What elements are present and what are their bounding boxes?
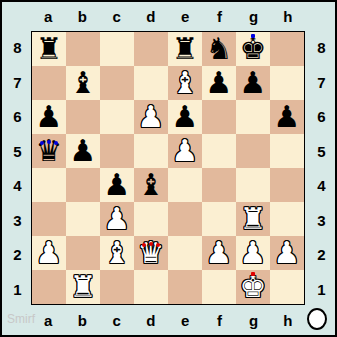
file-label-e: e [168, 5, 202, 29]
square-c2[interactable]: ♝ [100, 236, 134, 270]
rank-label-8: 8 [308, 31, 335, 66]
black-pawn-piece: ♟ [168, 100, 202, 134]
square-e3[interactable] [168, 202, 202, 236]
square-f1[interactable] [202, 270, 236, 304]
square-c3[interactable]: ♟ [100, 202, 134, 236]
square-h8[interactable] [270, 32, 304, 66]
white-pawn-piece: ♟ [32, 236, 66, 270]
black-pawn-piece: ♟ [270, 100, 304, 134]
black-pawn-piece: ♟ [66, 134, 100, 168]
square-b5[interactable]: ♟ [66, 134, 100, 168]
square-e1[interactable] [168, 270, 202, 304]
square-a4[interactable] [32, 168, 66, 202]
rank-label-5: 5 [308, 135, 335, 170]
black-rook-piece: ♜ [32, 32, 66, 66]
square-f2[interactable]: ♟ [202, 236, 236, 270]
file-labels-bottom: abcdefgh [31, 309, 305, 333]
rank-label-3: 3 [308, 204, 335, 239]
rank-label-4: 4 [4, 169, 31, 204]
black-king-crown-dot [251, 34, 255, 38]
black-knight-piece: ♞ [202, 32, 236, 66]
square-b4[interactable] [66, 168, 100, 202]
square-h7[interactable] [270, 66, 304, 100]
file-label-h: h [271, 5, 305, 29]
white-pawn-piece: ♟ [270, 236, 304, 270]
square-g5[interactable] [236, 134, 270, 168]
square-f3[interactable] [202, 202, 236, 236]
square-e2[interactable] [168, 236, 202, 270]
square-g1[interactable]: ♚ [236, 270, 270, 304]
square-a5[interactable]: ♛ [32, 134, 66, 168]
square-b2[interactable] [66, 236, 100, 270]
rank-label-1: 1 [4, 273, 31, 308]
rank-label-2: 2 [308, 238, 335, 273]
square-b1[interactable]: ♜ [66, 270, 100, 304]
white-queen-crown-dot [149, 242, 153, 246]
square-e6[interactable]: ♟ [168, 100, 202, 134]
square-h4[interactable] [270, 168, 304, 202]
black-pawn-piece: ♟ [202, 66, 236, 100]
file-label-f: f [202, 5, 236, 29]
square-a6[interactable]: ♟ [32, 100, 66, 134]
white-pawn-piece: ♟ [236, 236, 270, 270]
square-g8[interactable]: ♚ [236, 32, 270, 66]
black-bishop-piece: ♝ [66, 66, 100, 100]
white-pawn-piece: ♟ [134, 100, 168, 134]
square-h2[interactable]: ♟ [270, 236, 304, 270]
white-pawn-piece: ♟ [168, 134, 202, 168]
file-label-b: b [65, 5, 99, 29]
square-b7[interactable]: ♝ [66, 66, 100, 100]
file-label-d: d [134, 5, 168, 29]
square-c7[interactable] [100, 66, 134, 100]
square-a1[interactable] [32, 270, 66, 304]
black-pawn-piece: ♟ [100, 168, 134, 202]
square-f6[interactable] [202, 100, 236, 134]
square-g7[interactable]: ♟ [236, 66, 270, 100]
square-c8[interactable] [100, 32, 134, 66]
square-e5[interactable]: ♟ [168, 134, 202, 168]
rank-label-1: 1 [308, 273, 335, 308]
square-d4[interactable]: ♝ [134, 168, 168, 202]
square-e8[interactable]: ♜ [168, 32, 202, 66]
rank-label-5: 5 [4, 135, 31, 170]
square-h6[interactable]: ♟ [270, 100, 304, 134]
file-label-a: a [31, 309, 65, 333]
square-e4[interactable] [168, 168, 202, 202]
rank-labels-left: 87654321 [4, 31, 31, 307]
square-d7[interactable] [134, 66, 168, 100]
square-c5[interactable] [100, 134, 134, 168]
square-f5[interactable] [202, 134, 236, 168]
white-rook-piece: ♜ [236, 202, 270, 236]
square-g3[interactable]: ♜ [236, 202, 270, 236]
black-pawn-piece: ♟ [32, 100, 66, 134]
square-a3[interactable] [32, 202, 66, 236]
square-b3[interactable] [66, 202, 100, 236]
white-king-crown-dot [251, 272, 255, 276]
rank-label-4: 4 [308, 169, 335, 204]
square-d2[interactable]: ♛ [134, 236, 168, 270]
square-d5[interactable] [134, 134, 168, 168]
white-rook-piece: ♜ [66, 270, 100, 304]
square-c6[interactable] [100, 100, 134, 134]
chess-window: abcdefgh 87654321 ♜♜♞♚♝♝♟♟♟♟♟♟♛♟♟♟♝♟♜♟♝♛… [0, 0, 337, 337]
rank-labels-right: 87654321 [308, 31, 335, 307]
rank-label-8: 8 [4, 31, 31, 66]
square-d3[interactable] [134, 202, 168, 236]
black-rook-piece: ♜ [168, 32, 202, 66]
square-a7[interactable] [32, 66, 66, 100]
rank-label-3: 3 [4, 204, 31, 239]
file-label-d: d [134, 309, 168, 333]
file-label-a: a [31, 5, 65, 29]
file-label-f: f [202, 309, 236, 333]
file-label-g: g [237, 309, 271, 333]
square-g6[interactable] [236, 100, 270, 134]
square-c1[interactable] [100, 270, 134, 304]
black-bishop-piece: ♝ [134, 168, 168, 202]
file-label-c: c [100, 309, 134, 333]
square-f4[interactable] [202, 168, 236, 202]
rank-label-7: 7 [308, 66, 335, 101]
rank-label-2: 2 [4, 238, 31, 273]
file-label-g: g [237, 5, 271, 29]
black-queen-crown-dot [47, 140, 51, 144]
black-pawn-piece: ♟ [236, 66, 270, 100]
square-d1[interactable] [134, 270, 168, 304]
square-a2[interactable]: ♟ [32, 236, 66, 270]
square-f8[interactable]: ♞ [202, 32, 236, 66]
file-label-h: h [271, 309, 305, 333]
file-label-e: e [168, 309, 202, 333]
square-a8[interactable]: ♜ [32, 32, 66, 66]
rank-label-6: 6 [4, 100, 31, 135]
square-f7[interactable]: ♟ [202, 66, 236, 100]
white-bishop-piece: ♝ [168, 66, 202, 100]
square-d8[interactable] [134, 32, 168, 66]
white-pawn-piece: ♟ [202, 236, 236, 270]
square-h3[interactable] [270, 202, 304, 236]
white-bishop-piece: ♝ [100, 236, 134, 270]
file-labels-top: abcdefgh [31, 5, 305, 29]
rank-label-6: 6 [308, 100, 335, 135]
white-pawn-piece: ♟ [100, 202, 134, 236]
square-c4[interactable]: ♟ [100, 168, 134, 202]
board: ♜♜♞♚♝♝♟♟♟♟♟♟♛♟♟♟♝♟♜♟♝♛♟♟♟♜♚ [31, 31, 305, 305]
square-b6[interactable] [66, 100, 100, 134]
square-g4[interactable] [236, 168, 270, 202]
square-b8[interactable] [66, 32, 100, 66]
square-h1[interactable] [270, 270, 304, 304]
side-to-move-indicator [307, 308, 327, 330]
file-label-c: c [100, 5, 134, 29]
rank-label-7: 7 [4, 66, 31, 101]
app-brand-label: Smirf [7, 312, 35, 326]
square-d6[interactable]: ♟ [134, 100, 168, 134]
file-label-b: b [65, 309, 99, 333]
square-h5[interactable] [270, 134, 304, 168]
square-g2[interactable]: ♟ [236, 236, 270, 270]
square-e7[interactable]: ♝ [168, 66, 202, 100]
